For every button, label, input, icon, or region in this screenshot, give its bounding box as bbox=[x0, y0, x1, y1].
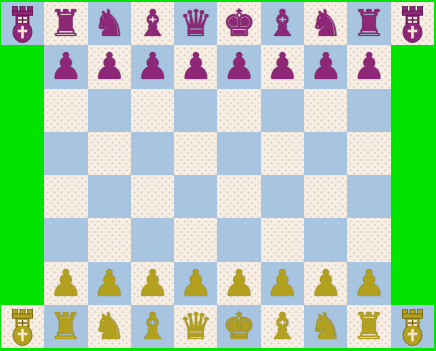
yellow-bishop[interactable]: ♝ bbox=[136, 305, 169, 348]
square-c1[interactable]: ♝ bbox=[131, 305, 174, 348]
yellow-pawn[interactable]: ♟ bbox=[49, 262, 82, 305]
square-a7[interactable]: ♟ bbox=[44, 45, 87, 88]
yellow-king[interactable]: ♚ bbox=[223, 305, 256, 348]
square-h4[interactable] bbox=[347, 175, 390, 218]
no-square bbox=[1, 262, 44, 305]
square-g6[interactable] bbox=[304, 89, 347, 132]
square-d1[interactable]: ♛ bbox=[174, 305, 217, 348]
yellow-pawn[interactable]: ♟ bbox=[223, 262, 256, 305]
yellow-corner-piece-icon[interactable] bbox=[398, 308, 427, 346]
yellow-pawn[interactable]: ♟ bbox=[93, 262, 126, 305]
square-h1[interactable]: ♜ bbox=[347, 305, 390, 348]
square-b6[interactable] bbox=[88, 89, 131, 132]
square-a5[interactable] bbox=[44, 132, 87, 175]
corner-square-top-right[interactable] bbox=[391, 2, 434, 45]
square-h7[interactable]: ♟ bbox=[347, 45, 390, 88]
square-h2[interactable]: ♟ bbox=[347, 262, 390, 305]
square-c7[interactable]: ♟ bbox=[131, 45, 174, 88]
square-d4[interactable] bbox=[174, 175, 217, 218]
yellow-rook[interactable]: ♜ bbox=[352, 305, 385, 348]
square-h3[interactable] bbox=[347, 218, 390, 261]
square-b2[interactable]: ♟ bbox=[88, 262, 131, 305]
square-g4[interactable] bbox=[304, 175, 347, 218]
purple-pawn[interactable]: ♟ bbox=[136, 45, 169, 88]
square-g5[interactable] bbox=[304, 132, 347, 175]
purple-knight[interactable]: ♞ bbox=[309, 2, 342, 45]
purple-bishop[interactable]: ♝ bbox=[266, 2, 299, 45]
square-e6[interactable] bbox=[217, 89, 260, 132]
square-g7[interactable]: ♟ bbox=[304, 45, 347, 88]
corner-square-bottom-left[interactable] bbox=[1, 305, 44, 348]
square-f2[interactable]: ♟ bbox=[261, 262, 304, 305]
square-a4[interactable] bbox=[44, 175, 87, 218]
square-d5[interactable] bbox=[174, 132, 217, 175]
no-square bbox=[391, 132, 434, 175]
square-b4[interactable] bbox=[88, 175, 131, 218]
square-g8[interactable]: ♞ bbox=[304, 2, 347, 45]
square-f1[interactable]: ♝ bbox=[261, 305, 304, 348]
square-e4[interactable] bbox=[217, 175, 260, 218]
board-background: ♜♞♝♛♚♝♞♜♟♟♟♟♟♟♟♟♟♟♟♟♟♟♟♟♜♞♝♛♚♝♞♜ bbox=[0, 0, 436, 351]
square-e7[interactable]: ♟ bbox=[217, 45, 260, 88]
purple-pawn[interactable]: ♟ bbox=[49, 45, 82, 88]
no-square bbox=[1, 89, 44, 132]
purple-king[interactable]: ♚ bbox=[223, 2, 256, 45]
square-e8[interactable]: ♚ bbox=[217, 2, 260, 45]
no-square bbox=[391, 89, 434, 132]
no-square bbox=[391, 218, 434, 261]
square-g3[interactable] bbox=[304, 218, 347, 261]
square-a6[interactable] bbox=[44, 89, 87, 132]
yellow-pawn[interactable]: ♟ bbox=[309, 262, 342, 305]
yellow-corner-piece-icon[interactable] bbox=[8, 308, 37, 346]
no-square bbox=[391, 262, 434, 305]
square-h6[interactable] bbox=[347, 89, 390, 132]
purple-pawn[interactable]: ♟ bbox=[93, 45, 126, 88]
yellow-queen[interactable]: ♛ bbox=[179, 305, 212, 348]
purple-rook[interactable]: ♜ bbox=[49, 2, 82, 45]
square-h5[interactable] bbox=[347, 132, 390, 175]
yellow-pawn[interactable]: ♟ bbox=[136, 262, 169, 305]
square-g2[interactable]: ♟ bbox=[304, 262, 347, 305]
square-c8[interactable]: ♝ bbox=[131, 2, 174, 45]
yellow-bishop[interactable]: ♝ bbox=[266, 305, 299, 348]
square-a2[interactable]: ♟ bbox=[44, 262, 87, 305]
purple-corner-piece-icon[interactable] bbox=[398, 5, 427, 43]
square-f4[interactable] bbox=[261, 175, 304, 218]
square-c5[interactable] bbox=[131, 132, 174, 175]
square-e5[interactable] bbox=[217, 132, 260, 175]
no-square bbox=[1, 175, 44, 218]
square-f6[interactable] bbox=[261, 89, 304, 132]
no-square bbox=[1, 132, 44, 175]
yellow-pawn[interactable]: ♟ bbox=[179, 262, 212, 305]
square-c6[interactable] bbox=[131, 89, 174, 132]
square-c4[interactable] bbox=[131, 175, 174, 218]
square-f8[interactable]: ♝ bbox=[261, 2, 304, 45]
no-square bbox=[391, 45, 434, 88]
purple-pawn[interactable]: ♟ bbox=[352, 45, 385, 88]
corner-square-bottom-right[interactable] bbox=[391, 305, 434, 348]
purple-pawn[interactable]: ♟ bbox=[179, 45, 212, 88]
no-square bbox=[1, 45, 44, 88]
square-b5[interactable] bbox=[88, 132, 131, 175]
yellow-knight[interactable]: ♞ bbox=[309, 305, 342, 348]
yellow-rook[interactable]: ♜ bbox=[49, 305, 82, 348]
square-b1[interactable]: ♞ bbox=[88, 305, 131, 348]
square-d7[interactable]: ♟ bbox=[174, 45, 217, 88]
square-a8[interactable]: ♜ bbox=[44, 2, 87, 45]
game-board: ♜♞♝♛♚♝♞♜♟♟♟♟♟♟♟♟♟♟♟♟♟♟♟♟♜♞♝♛♚♝♞♜ bbox=[1, 2, 434, 348]
square-e1[interactable]: ♚ bbox=[217, 305, 260, 348]
corner-square-top-left[interactable] bbox=[1, 2, 44, 45]
square-d6[interactable] bbox=[174, 89, 217, 132]
square-e2[interactable]: ♟ bbox=[217, 262, 260, 305]
square-b8[interactable]: ♞ bbox=[88, 2, 131, 45]
yellow-pawn[interactable]: ♟ bbox=[352, 262, 385, 305]
purple-corner-piece-icon[interactable] bbox=[8, 5, 37, 43]
square-c2[interactable]: ♟ bbox=[131, 262, 174, 305]
purple-pawn[interactable]: ♟ bbox=[223, 45, 256, 88]
square-d2[interactable]: ♟ bbox=[174, 262, 217, 305]
yellow-pawn[interactable]: ♟ bbox=[266, 262, 299, 305]
purple-rook[interactable]: ♜ bbox=[352, 2, 385, 45]
square-d8[interactable]: ♛ bbox=[174, 2, 217, 45]
square-b7[interactable]: ♟ bbox=[88, 45, 131, 88]
no-square bbox=[1, 218, 44, 261]
purple-knight[interactable]: ♞ bbox=[93, 2, 126, 45]
square-f3[interactable] bbox=[261, 218, 304, 261]
square-a1[interactable]: ♜ bbox=[44, 305, 87, 348]
purple-queen[interactable]: ♛ bbox=[179, 2, 212, 45]
square-f7[interactable]: ♟ bbox=[261, 45, 304, 88]
square-g1[interactable]: ♞ bbox=[304, 305, 347, 348]
square-a3[interactable] bbox=[44, 218, 87, 261]
square-c3[interactable] bbox=[131, 218, 174, 261]
purple-pawn[interactable]: ♟ bbox=[266, 45, 299, 88]
square-f5[interactable] bbox=[261, 132, 304, 175]
purple-pawn[interactable]: ♟ bbox=[309, 45, 342, 88]
square-b3[interactable] bbox=[88, 218, 131, 261]
square-d3[interactable] bbox=[174, 218, 217, 261]
square-h8[interactable]: ♜ bbox=[347, 2, 390, 45]
no-square bbox=[391, 175, 434, 218]
purple-bishop[interactable]: ♝ bbox=[136, 2, 169, 45]
square-e3[interactable] bbox=[217, 218, 260, 261]
yellow-knight[interactable]: ♞ bbox=[93, 305, 126, 348]
